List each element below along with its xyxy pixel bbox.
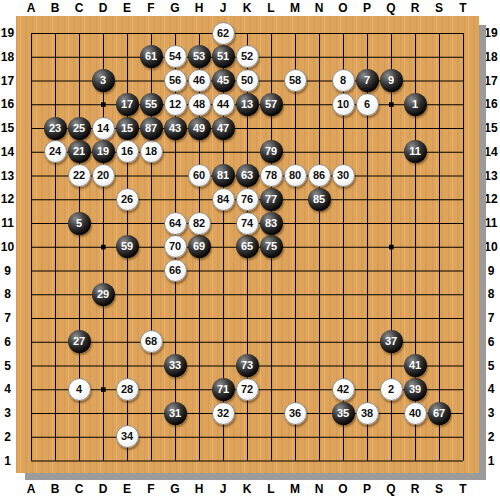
white-stone-16-E14: 16 xyxy=(116,140,139,163)
row-label-right-15: 15 xyxy=(482,120,500,136)
col-label-bottom-O: O xyxy=(334,481,352,497)
col-label-bottom-M: M xyxy=(286,481,304,497)
col-label-top-K: K xyxy=(238,0,256,16)
white-stone-52-K18: 52 xyxy=(236,45,259,68)
row-label-right-12: 12 xyxy=(482,191,500,207)
white-stone-78-L13: 78 xyxy=(260,164,283,187)
hoshi-point-D4 xyxy=(101,387,106,392)
col-label-bottom-D: D xyxy=(94,481,112,497)
col-label-top-P: P xyxy=(358,0,376,16)
white-stone-58-M17: 58 xyxy=(284,69,307,92)
black-stone-21-C14: 21 xyxy=(68,140,91,163)
col-label-bottom-L: L xyxy=(262,481,280,497)
white-stone-64-G11: 64 xyxy=(164,212,187,235)
col-label-bottom-C: C xyxy=(70,481,88,497)
white-stone-38-P3: 38 xyxy=(356,402,379,425)
black-stone-35-O3: 35 xyxy=(332,402,355,425)
row-label-left-2: 2 xyxy=(0,429,15,445)
white-stone-14-D15: 14 xyxy=(92,117,115,140)
white-stone-60-H13: 60 xyxy=(188,164,211,187)
black-stone-49-H15: 49 xyxy=(188,117,211,140)
row-label-left-13: 13 xyxy=(0,168,15,184)
black-stone-79-L14: 79 xyxy=(260,140,283,163)
white-stone-4-C4: 4 xyxy=(68,378,91,401)
white-stone-8-O17: 8 xyxy=(332,69,355,92)
black-stone-15-E15: 15 xyxy=(116,117,139,140)
col-label-bottom-S: S xyxy=(430,481,448,497)
col-label-bottom-H: H xyxy=(190,481,208,497)
black-stone-9-Q17: 9 xyxy=(380,69,403,92)
white-stone-30-O13: 30 xyxy=(332,164,355,187)
black-stone-67-S3: 67 xyxy=(428,402,451,425)
row-label-left-18: 18 xyxy=(0,49,15,65)
white-stone-62-J19: 62 xyxy=(212,22,235,45)
col-label-bottom-R: R xyxy=(406,481,424,497)
white-stone-54-G18: 54 xyxy=(164,45,187,68)
col-label-bottom-F: F xyxy=(142,481,160,497)
white-stone-6-P16: 6 xyxy=(356,93,379,116)
row-label-right-9: 9 xyxy=(482,263,500,279)
row-label-right-8: 8 xyxy=(482,286,500,302)
white-stone-18-F14: 18 xyxy=(140,140,163,163)
black-stone-81-J13: 81 xyxy=(212,164,235,187)
white-stone-34-E2: 34 xyxy=(116,425,139,448)
black-stone-65-K10: 65 xyxy=(236,235,259,258)
row-label-right-4: 4 xyxy=(482,381,500,397)
col-label-top-C: C xyxy=(70,0,88,16)
row-label-right-14: 14 xyxy=(482,144,500,160)
black-stone-85-N12: 85 xyxy=(308,188,331,211)
col-label-bottom-B: B xyxy=(46,481,64,497)
row-label-right-2: 2 xyxy=(482,429,500,445)
row-label-left-9: 9 xyxy=(0,263,15,279)
row-label-left-12: 12 xyxy=(0,191,15,207)
row-label-right-16: 16 xyxy=(482,96,500,112)
white-stone-80-M13: 80 xyxy=(284,164,307,187)
white-stone-32-J3: 32 xyxy=(212,402,235,425)
white-stone-56-G17: 56 xyxy=(164,69,187,92)
row-label-left-11: 11 xyxy=(0,215,15,231)
black-stone-87-F15: 87 xyxy=(140,117,163,140)
white-stone-74-K11: 74 xyxy=(236,212,259,235)
hoshi-point-Q16 xyxy=(389,102,394,107)
black-stone-71-J4: 71 xyxy=(212,378,235,401)
black-stone-29-D8: 29 xyxy=(92,283,115,306)
row-label-left-8: 8 xyxy=(0,286,15,302)
col-label-top-T: T xyxy=(454,0,472,16)
col-label-bottom-G: G xyxy=(166,481,184,497)
col-label-bottom-Q: Q xyxy=(382,481,400,497)
black-stone-69-H10: 69 xyxy=(188,235,211,258)
black-stone-25-C15: 25 xyxy=(68,117,91,140)
col-label-bottom-J: J xyxy=(214,481,232,497)
black-stone-31-G3: 31 xyxy=(164,402,187,425)
white-stone-40-R3: 40 xyxy=(404,402,427,425)
white-stone-42-O4: 42 xyxy=(332,378,355,401)
col-label-bottom-T: T xyxy=(454,481,472,497)
row-label-right-1: 1 xyxy=(482,453,500,469)
black-stone-59-E10: 59 xyxy=(116,235,139,258)
black-stone-83-L11: 83 xyxy=(260,212,283,235)
hoshi-point-D16 xyxy=(101,102,106,107)
black-stone-51-J18: 51 xyxy=(212,45,235,68)
col-label-top-Q: Q xyxy=(382,0,400,16)
white-stone-24-B14: 24 xyxy=(44,140,67,163)
row-label-right-5: 5 xyxy=(482,358,500,374)
white-stone-10-O16: 10 xyxy=(332,93,355,116)
col-label-top-M: M xyxy=(286,0,304,16)
white-stone-86-N13: 86 xyxy=(308,164,331,187)
black-stone-45-J17: 45 xyxy=(212,69,235,92)
col-label-top-H: H xyxy=(190,0,208,16)
row-label-left-14: 14 xyxy=(0,144,15,160)
black-stone-33-G5: 33 xyxy=(164,354,187,377)
row-label-left-10: 10 xyxy=(0,239,15,255)
black-stone-63-K13: 63 xyxy=(236,164,259,187)
white-stone-70-G10: 70 xyxy=(164,235,187,258)
go-diagram-screen: ABCDEFGHJKLMNOPQRST ABCDEFGHJKLMNOPQRST … xyxy=(0,0,500,500)
row-label-right-19: 19 xyxy=(482,25,500,41)
black-stone-19-D14: 19 xyxy=(92,140,115,163)
row-label-left-7: 7 xyxy=(0,310,15,326)
col-label-bottom-E: E xyxy=(118,481,136,497)
black-stone-27-C6: 27 xyxy=(68,330,91,353)
white-stone-68-F6: 68 xyxy=(140,330,163,353)
white-stone-82-H11: 82 xyxy=(188,212,211,235)
white-stone-50-K17: 50 xyxy=(236,69,259,92)
col-label-bottom-N: N xyxy=(310,481,328,497)
white-stone-2-Q4: 2 xyxy=(380,378,403,401)
black-stone-1-R16: 1 xyxy=(404,93,427,116)
black-stone-61-F18: 61 xyxy=(140,45,163,68)
col-label-top-G: G xyxy=(166,0,184,16)
col-label-top-L: L xyxy=(262,0,280,16)
row-label-left-16: 16 xyxy=(0,96,15,112)
white-stone-12-G16: 12 xyxy=(164,93,187,116)
black-stone-3-D17: 3 xyxy=(92,69,115,92)
col-label-bottom-P: P xyxy=(358,481,376,497)
row-label-right-17: 17 xyxy=(482,73,500,89)
go-board[interactable]: 1234567891011121314151617181920212223242… xyxy=(16,16,479,473)
row-label-left-17: 17 xyxy=(0,73,15,89)
col-label-top-F: F xyxy=(142,0,160,16)
white-stone-44-J16: 44 xyxy=(212,93,235,116)
black-stone-37-Q6: 37 xyxy=(380,330,403,353)
row-label-right-7: 7 xyxy=(482,310,500,326)
row-label-right-10: 10 xyxy=(482,239,500,255)
white-stone-28-E4: 28 xyxy=(116,378,139,401)
col-label-top-O: O xyxy=(334,0,352,16)
col-label-top-A: A xyxy=(22,0,40,16)
hoshi-point-Q10 xyxy=(389,245,394,250)
black-stone-77-L12: 77 xyxy=(260,188,283,211)
white-stone-72-K4: 72 xyxy=(236,378,259,401)
col-label-top-N: N xyxy=(310,0,328,16)
black-stone-57-L16: 57 xyxy=(260,93,283,116)
row-label-left-19: 19 xyxy=(0,25,15,41)
row-label-right-11: 11 xyxy=(482,215,500,231)
white-stone-46-H17: 46 xyxy=(188,69,211,92)
col-label-top-B: B xyxy=(46,0,64,16)
black-stone-23-B15: 23 xyxy=(44,117,67,140)
black-stone-43-G15: 43 xyxy=(164,117,187,140)
black-stone-11-R14: 11 xyxy=(404,140,427,163)
white-stone-20-D13: 20 xyxy=(92,164,115,187)
hoshi-point-D10 xyxy=(101,245,106,250)
black-stone-39-R4: 39 xyxy=(404,378,427,401)
white-stone-26-E12: 26 xyxy=(116,188,139,211)
col-label-top-D: D xyxy=(94,0,112,16)
black-stone-75-L10: 75 xyxy=(260,235,283,258)
black-stone-47-J15: 47 xyxy=(212,117,235,140)
black-stone-5-C11: 5 xyxy=(68,212,91,235)
row-label-left-15: 15 xyxy=(0,120,15,136)
row-label-left-6: 6 xyxy=(0,334,15,350)
white-stone-84-J12: 84 xyxy=(212,188,235,211)
row-label-right-6: 6 xyxy=(482,334,500,350)
col-label-top-E: E xyxy=(118,0,136,16)
black-stone-53-H18: 53 xyxy=(188,45,211,68)
row-label-left-1: 1 xyxy=(0,453,15,469)
white-stone-48-H16: 48 xyxy=(188,93,211,116)
row-label-right-18: 18 xyxy=(482,49,500,65)
black-stone-41-R5: 41 xyxy=(404,354,427,377)
col-label-bottom-A: A xyxy=(22,481,40,497)
white-stone-76-K12: 76 xyxy=(236,188,259,211)
row-label-left-3: 3 xyxy=(0,405,15,421)
row-label-left-4: 4 xyxy=(0,381,15,397)
black-stone-13-K16: 13 xyxy=(236,93,259,116)
black-stone-7-P17: 7 xyxy=(356,69,379,92)
col-label-top-J: J xyxy=(214,0,232,16)
black-stone-55-F16: 55 xyxy=(140,93,163,116)
black-stone-73-K5: 73 xyxy=(236,354,259,377)
black-stone-17-E16: 17 xyxy=(116,93,139,116)
col-label-top-R: R xyxy=(406,0,424,16)
white-stone-66-G9: 66 xyxy=(164,259,187,282)
col-label-top-S: S xyxy=(430,0,448,16)
white-stone-36-M3: 36 xyxy=(284,402,307,425)
row-label-left-5: 5 xyxy=(0,358,15,374)
row-label-right-13: 13 xyxy=(482,168,500,184)
row-label-right-3: 3 xyxy=(482,405,500,421)
col-label-bottom-K: K xyxy=(238,481,256,497)
white-stone-22-C13: 22 xyxy=(68,164,91,187)
